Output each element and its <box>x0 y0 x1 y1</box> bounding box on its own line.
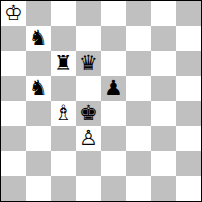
square-d8[interactable] <box>76 1 101 26</box>
square-h5[interactable] <box>176 76 201 101</box>
black-king: ♚ <box>79 101 98 126</box>
square-a1[interactable] <box>1 176 26 201</box>
square-g1[interactable] <box>151 176 176 201</box>
black-knight: ♞ <box>29 26 48 51</box>
black-queen: ♛ <box>79 51 98 76</box>
white-pawn: ♙ <box>79 126 98 151</box>
square-d2[interactable] <box>76 151 101 176</box>
black-knight: ♞ <box>29 76 48 101</box>
chess-board: ♔♞♜♛♞♟♗♚♙ <box>1 1 201 201</box>
square-e4[interactable] <box>101 101 126 126</box>
square-c4[interactable]: ♗ <box>51 101 76 126</box>
square-c6[interactable]: ♜ <box>51 51 76 76</box>
square-e7[interactable] <box>101 26 126 51</box>
square-g4[interactable] <box>151 101 176 126</box>
square-c5[interactable] <box>51 76 76 101</box>
square-h7[interactable] <box>176 26 201 51</box>
square-a6[interactable] <box>1 51 26 76</box>
square-b1[interactable] <box>26 176 51 201</box>
square-b5[interactable]: ♞ <box>26 76 51 101</box>
square-a4[interactable] <box>1 101 26 126</box>
chess-board-frame: ♔♞♜♛♞♟♗♚♙ <box>0 0 202 202</box>
square-h2[interactable] <box>176 151 201 176</box>
square-d3[interactable]: ♙ <box>76 126 101 151</box>
white-king: ♔ <box>4 1 23 26</box>
square-f6[interactable] <box>126 51 151 76</box>
square-g2[interactable] <box>151 151 176 176</box>
square-g8[interactable] <box>151 1 176 26</box>
square-f1[interactable] <box>126 176 151 201</box>
square-c3[interactable] <box>51 126 76 151</box>
square-e5[interactable]: ♟ <box>101 76 126 101</box>
square-e3[interactable] <box>101 126 126 151</box>
square-h3[interactable] <box>176 126 201 151</box>
square-c8[interactable] <box>51 1 76 26</box>
square-h4[interactable] <box>176 101 201 126</box>
square-f8[interactable] <box>126 1 151 26</box>
square-e6[interactable] <box>101 51 126 76</box>
square-g7[interactable] <box>151 26 176 51</box>
square-g3[interactable] <box>151 126 176 151</box>
square-e2[interactable] <box>101 151 126 176</box>
square-c7[interactable] <box>51 26 76 51</box>
square-f2[interactable] <box>126 151 151 176</box>
square-a2[interactable] <box>1 151 26 176</box>
square-b3[interactable] <box>26 126 51 151</box>
square-h8[interactable] <box>176 1 201 26</box>
white-bishop: ♗ <box>54 101 73 126</box>
square-e8[interactable] <box>101 1 126 26</box>
square-d4[interactable]: ♚ <box>76 101 101 126</box>
square-g6[interactable] <box>151 51 176 76</box>
square-b4[interactable] <box>26 101 51 126</box>
square-b2[interactable] <box>26 151 51 176</box>
square-d1[interactable] <box>76 176 101 201</box>
square-b7[interactable]: ♞ <box>26 26 51 51</box>
square-a7[interactable] <box>1 26 26 51</box>
square-c1[interactable] <box>51 176 76 201</box>
square-a5[interactable] <box>1 76 26 101</box>
square-a8[interactable]: ♔ <box>1 1 26 26</box>
square-f4[interactable] <box>126 101 151 126</box>
black-pawn: ♟ <box>104 76 123 101</box>
square-b8[interactable] <box>26 1 51 26</box>
square-g5[interactable] <box>151 76 176 101</box>
square-d6[interactable]: ♛ <box>76 51 101 76</box>
square-a3[interactable] <box>1 126 26 151</box>
square-f7[interactable] <box>126 26 151 51</box>
square-d7[interactable] <box>76 26 101 51</box>
square-c2[interactable] <box>51 151 76 176</box>
square-d5[interactable] <box>76 76 101 101</box>
square-b6[interactable] <box>26 51 51 76</box>
black-rook: ♜ <box>54 51 73 76</box>
square-f3[interactable] <box>126 126 151 151</box>
square-e1[interactable] <box>101 176 126 201</box>
square-f5[interactable] <box>126 76 151 101</box>
square-h1[interactable] <box>176 176 201 201</box>
square-h6[interactable] <box>176 51 201 76</box>
